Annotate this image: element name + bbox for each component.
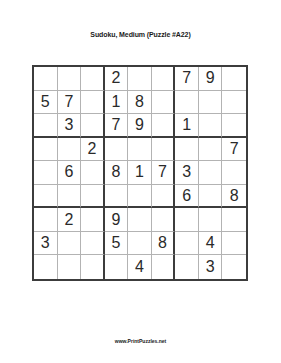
cell-r4c8 — [199, 138, 223, 162]
cell-r7c5 — [128, 208, 152, 232]
cell-r4c5 — [128, 138, 152, 162]
cell-r8c6: 8 — [152, 232, 176, 256]
cell-r1c3 — [81, 67, 105, 91]
cell-r2c8 — [199, 91, 223, 115]
cell-r3c8 — [199, 114, 223, 138]
cell-r9c4 — [105, 255, 129, 279]
cell-r4c7 — [175, 138, 199, 162]
cell-r9c5: 4 — [128, 255, 152, 279]
cell-r1c1 — [34, 67, 58, 91]
cell-r8c9 — [222, 232, 246, 256]
cell-r4c6 — [152, 138, 176, 162]
cell-r8c1: 3 — [34, 232, 58, 256]
cell-r5c6: 7 — [152, 161, 176, 185]
cell-r6c9: 8 — [222, 185, 246, 209]
cell-r5c4: 8 — [105, 161, 129, 185]
cell-r5c7: 3 — [175, 161, 199, 185]
cell-r5c2: 6 — [58, 161, 82, 185]
cell-r6c4 — [105, 185, 129, 209]
cell-r4c9: 7 — [222, 138, 246, 162]
cell-r4c4 — [105, 138, 129, 162]
cell-r3c1 — [34, 114, 58, 138]
source-url: www.PrintPuzzles.net — [0, 338, 281, 344]
cell-r6c6 — [152, 185, 176, 209]
cell-r2c9 — [222, 91, 246, 115]
cell-r1c5 — [128, 67, 152, 91]
cell-r5c8 — [199, 161, 223, 185]
cell-r7c7 — [175, 208, 199, 232]
cell-r9c1 — [34, 255, 58, 279]
cell-r5c5: 1 — [128, 161, 152, 185]
cell-r7c8 — [199, 208, 223, 232]
cell-r7c4: 9 — [105, 208, 129, 232]
cell-r3c4: 7 — [105, 114, 129, 138]
cell-r8c8: 4 — [199, 232, 223, 256]
cell-r1c6 — [152, 67, 176, 91]
cell-r1c4: 2 — [105, 67, 129, 91]
cell-r7c9 — [222, 208, 246, 232]
cell-r4c3: 2 — [81, 138, 105, 162]
cell-r3c7: 1 — [175, 114, 199, 138]
cell-r7c1 — [34, 208, 58, 232]
cell-r6c2 — [58, 185, 82, 209]
cell-r2c1: 5 — [34, 91, 58, 115]
cell-r5c1 — [34, 161, 58, 185]
cell-r3c3 — [81, 114, 105, 138]
cell-r8c4: 5 — [105, 232, 129, 256]
cell-r1c9 — [222, 67, 246, 91]
cell-r6c5 — [128, 185, 152, 209]
cell-r5c9 — [222, 161, 246, 185]
cell-r3c5: 9 — [128, 114, 152, 138]
cell-r9c8: 3 — [199, 255, 223, 279]
cell-r5c3 — [81, 161, 105, 185]
cell-r2c7 — [175, 91, 199, 115]
cell-r3c6 — [152, 114, 176, 138]
cell-r8c3 — [81, 232, 105, 256]
cell-r1c8: 9 — [199, 67, 223, 91]
cell-r7c2: 2 — [58, 208, 82, 232]
puzzle-title: Sudoku, Medium (Puzzle #A22) — [0, 31, 281, 38]
cell-r7c6 — [152, 208, 176, 232]
cell-r9c3 — [81, 255, 105, 279]
cell-r7c3 — [81, 208, 105, 232]
cell-r8c5 — [128, 232, 152, 256]
cell-r8c2 — [58, 232, 82, 256]
cell-r2c6 — [152, 91, 176, 115]
cell-r2c2: 7 — [58, 91, 82, 115]
cell-r6c3 — [81, 185, 105, 209]
cell-r8c7 — [175, 232, 199, 256]
cell-r9c7 — [175, 255, 199, 279]
cell-r6c8 — [199, 185, 223, 209]
cell-r2c3 — [81, 91, 105, 115]
cell-r1c7: 7 — [175, 67, 199, 91]
cell-r2c4: 1 — [105, 91, 129, 115]
cell-r9c6 — [152, 255, 176, 279]
cell-r9c9 — [222, 255, 246, 279]
cell-r9c2 — [58, 255, 82, 279]
cell-r4c1 — [34, 138, 58, 162]
cell-r1c2 — [58, 67, 82, 91]
cell-r4c2 — [58, 138, 82, 162]
cell-r2c5: 8 — [128, 91, 152, 115]
cell-r6c1 — [34, 185, 58, 209]
sudoku-board: 2795718379127681736829358443 — [32, 65, 248, 281]
cell-r3c2: 3 — [58, 114, 82, 138]
cell-r6c7: 6 — [175, 185, 199, 209]
cell-r3c9 — [222, 114, 246, 138]
printable-sudoku-page: Sudoku, Medium (Puzzle #A22) 27957183791… — [0, 0, 281, 363]
